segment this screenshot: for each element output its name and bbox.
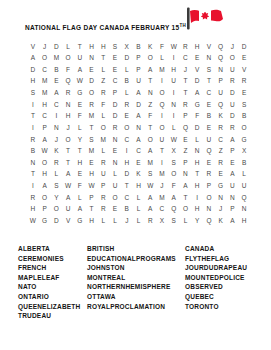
grid-cell-r10c11: A [144,146,156,158]
grid-cell-r9c8: N [109,134,121,146]
grid-cell-r6c7: F [97,99,109,111]
grid-cell-r7c14: P [180,111,192,123]
grid-cell-r14c8: O [109,192,121,204]
grid-cell-r7c12: I [156,111,168,123]
grid-cell-r3c4: F [62,64,74,76]
grid-cell-r1c8: S [109,41,121,53]
grid-cell-r16c8: L [109,215,121,227]
grid-cell-r6c14: R [180,99,192,111]
grid-cell-r15c13: Q [168,204,180,216]
grid-cell-r4c4: Q [62,76,74,88]
word-list-item: CEREMONIES [18,254,80,264]
word-list-column-3: CANADAFLYTHEFLAGJOURDUDRAPEAUMOUNTEDPOLI… [185,244,247,311]
grid-cell-r16c10: L [133,215,145,227]
grid-cell-r8c19: O [238,122,250,134]
grid-cell-r6c12: Q [156,99,168,111]
grid-cell-r7c7: L [97,111,109,123]
grid-cell-r13c5: F [74,181,86,193]
grid-cell-r4c7: Z [97,76,109,88]
grid-cell-r12c8: L [109,169,121,181]
grid-cell-r15c3: O [50,204,62,216]
grid-cell-r5c9: L [121,88,133,100]
grid-cell-r10c4: T [62,146,74,158]
grid-cell-r4c8: C [109,76,121,88]
grid-cell-r1c13: W [168,41,180,53]
grid-cell-r8c8: R [109,122,121,134]
grid-cell-r1c3: D [50,41,62,53]
word-list-item: NATO [18,282,80,292]
grid-cell-r9c15: L [191,134,203,146]
grid-cell-r13c12: J [156,181,168,193]
grid-cell-r11c8: N [109,157,121,169]
grid-cell-r4c6: D [86,76,98,88]
grid-cell-r9c7: M [97,134,109,146]
grid-cell-r14c4: A [62,192,74,204]
grid-cell-r12c14: N [180,169,192,181]
grid-cell-r1c14: R [180,41,192,53]
word-list-item: FRENCH [18,263,80,273]
grid-cell-r11c10: E [133,157,145,169]
grid-cell-r8c15: D [191,122,203,134]
grid-cell-r6c15: G [191,99,203,111]
grid-cell-r10c16: Q [203,146,215,158]
grid-cell-r11c11: M [144,157,156,169]
grid-cell-r9c14: E [180,134,192,146]
word-list-column-1: ALBERTACEREMONIESFRENCHMAPLELEAFNATOONTA… [18,244,80,321]
grid-cell-r4c15: D [191,76,203,88]
grid-cell-r9c17: C [215,134,227,146]
grid-cell-r4c9: B [121,76,133,88]
word-list: ALBERTACEREMONIESFRENCHMAPLELEAFNATOONTA… [0,244,271,324]
grid-cell-r8c7: O [97,122,109,134]
grid-cell-r6c9: R [121,99,133,111]
grid-cell-r12c1: T [27,169,39,181]
grid-cell-r8c11: T [144,122,156,134]
grid-cell-r16c12: X [156,215,168,227]
grid-cell-r4c19: R [238,76,250,88]
grid-cell-r11c12: I [156,157,168,169]
grid-cell-r1c6: H [86,41,98,53]
word-list-item: CANADA [185,244,247,254]
grid-cell-r11c5: H [74,157,86,169]
grid-cell-r5c19: E [238,88,250,100]
grid-cell-r16c3: D [50,215,62,227]
grid-cell-r7c4: H [62,111,74,123]
word-list-column-2: BRITISHEDUCATIONALPROGRAMSJOHNSTONMONTRE… [87,244,176,311]
grid-cell-r12c12: M [156,169,168,181]
grid-cell-r9c18: A [227,134,239,146]
grid-cell-r15c8: E [109,204,121,216]
grid-cell-r3c14: J [180,64,192,76]
grid-cell-r3c18: U [227,64,239,76]
grid-cell-r3c7: L [97,64,109,76]
grid-cell-r5c1: S [27,88,39,100]
grid-cell-r1c18: J [227,41,239,53]
grid-cell-r7c15: F [191,111,203,123]
grid-cell-r14c13: A [168,192,180,204]
grid-cell-r2c14: C [180,53,192,65]
grid-cell-r9c10: A [133,134,145,146]
grid-cell-r2c10: P [133,53,145,65]
grid-cell-r2c12: L [156,53,168,65]
grid-cell-r2c19: E [238,53,250,65]
grid-cell-r10c5: T [74,146,86,158]
grid-cell-r8c9: O [121,122,133,134]
grid-cell-r16c16: Q [203,215,215,227]
word-list-item: BRITISH [87,244,176,254]
grid-cell-r1c12: F [156,41,168,53]
grid-cell-r12c13: O [168,169,180,181]
word-list-item: MAPLELEAF [18,273,80,283]
grid-cell-r10c14: Z [180,146,192,158]
grid-cell-r12c6: H [86,169,98,181]
grid-cell-r5c10: A [133,88,145,100]
grid-cell-r11c14: P [180,157,192,169]
grid-cell-r5c4: R [62,88,74,100]
grid-cell-r4c10: U [133,76,145,88]
grid-cell-r6c10: D [133,99,145,111]
grid-cell-r13c9: T [121,181,133,193]
grid-cell-r15c9: B [121,204,133,216]
grid-cell-r16c5: G [74,215,86,227]
grid-cell-r5c6: O [86,88,98,100]
grid-cell-r5c16: C [203,88,215,100]
grid-cell-r14c10: L [133,192,145,204]
grid-cell-r9c11: O [144,134,156,146]
grid-cell-r2c4: O [62,53,74,65]
grid-cell-r9c12: U [156,134,168,146]
grid-cell-r1c4: L [62,41,74,53]
word-list-item: JOURDUDRAPEAU [185,263,247,273]
grid-cell-r10c13: X [168,146,180,158]
grid-cell-r15c18: P [227,204,239,216]
grid-cell-r6c8: D [109,99,121,111]
grid-cell-r10c7: L [97,146,109,158]
grid-cell-r6c11: Z [144,99,156,111]
word-list-item: FLYTHEFLAG [185,254,247,264]
grid-cell-r3c1: D [27,64,39,76]
grid-cell-r4c14: T [180,76,192,88]
word-list-item: QUEBEC [185,292,247,302]
grid-cell-r15c16: N [203,204,215,216]
grid-cell-r14c18: N [227,192,239,204]
grid-cell-r7c3: I [50,111,62,123]
grid-cell-r1c7: H [97,41,109,53]
grid-cell-r16c11: R [144,215,156,227]
grid-cell-r6c4: N [62,99,74,111]
grid-cell-r13c13: F [168,181,180,193]
grid-cell-r7c10: A [133,111,145,123]
grid-cell-r10c10: C [133,146,145,158]
grid-cell-r5c5: G [74,88,86,100]
grid-cell-r10c6: M [86,146,98,158]
grid-cell-r13c10: H [133,181,145,193]
grid-cell-r6c19: S [238,99,250,111]
grid-cell-r5c11: N [144,88,156,100]
grid-cell-r8c14: Q [180,122,192,134]
grid-cell-r12c15: T [191,169,203,181]
grid-cell-r8c12: O [156,122,168,134]
grid-cell-r1c16: V [203,41,215,53]
grid-cell-r14c11: A [144,192,156,204]
grid-cell-r9c19: G [238,134,250,146]
grid-cell-r8c4: J [62,122,74,134]
grid-cell-r12c5: E [74,169,86,181]
grid-cell-r9c9: C [121,134,133,146]
word-list-item: OBSERVED [185,282,247,292]
grid-cell-r12c11: S [144,169,156,181]
grid-cell-r15c10: L [133,204,145,216]
grid-cell-r3c8: E [109,64,121,76]
grid-cell-r13c15: H [191,181,203,193]
grid-cell-r14c14: T [180,192,192,204]
grid-cell-r13c14: A [180,181,192,193]
grid-cell-r5c15: A [191,88,203,100]
grid-cell-r8c16: E [203,122,215,134]
grid-cell-r6c13: N [168,99,180,111]
grid-cell-r1c15: H [191,41,203,53]
grid-cell-r16c6: H [86,215,98,227]
grid-cell-r9c6: S [86,134,98,146]
grid-cell-r13c1: I [27,181,39,193]
grid-cell-r9c2: A [39,134,51,146]
grid-cell-r11c9: H [121,157,133,169]
grid-cell-r14c7: R [97,192,109,204]
grid-cell-r2c3: M [50,53,62,65]
grid-cell-r8c13: L [168,122,180,134]
grid-cell-r4c5: W [74,76,86,88]
grid-cell-r15c7: R [97,204,109,216]
grid-cell-r2c15: E [191,53,203,65]
grid-cell-r5c7: R [97,88,109,100]
grid-cell-r10c12: T [156,146,168,158]
grid-cell-r2c2: O [39,53,51,65]
grid-cell-r6c2: H [39,99,51,111]
grid-cell-r11c15: H [191,157,203,169]
grid-cell-r5c13: I [168,88,180,100]
grid-cell-r9c5: Y [74,134,86,146]
grid-cell-r15c4: U [62,204,74,216]
grid-cell-r16c9: J [121,215,133,227]
grid-cell-r7c17: K [215,111,227,123]
grid-cell-r13c4: W [62,181,74,193]
grid-cell-r2c13: I [168,53,180,65]
grid-cell-r10c19: X [238,146,250,158]
word-list-item: JOHNSTON [87,263,176,273]
grid-cell-r10c3: K [50,146,62,158]
grid-cell-r14c16: O [203,192,215,204]
grid-cell-r10c17: Z [215,146,227,158]
grid-cell-r4c16: T [203,76,215,88]
grid-cell-r8c18: R [227,122,239,134]
grid-cell-r6c17: Q [215,99,227,111]
grid-cell-r10c1: B [27,146,39,158]
grid-cell-r9c13: W [168,134,180,146]
word-list-item: OTTAWA [87,292,176,302]
grid-cell-r3c5: A [74,64,86,76]
grid-cell-r4c12: I [156,76,168,88]
page-title: NATIONAL FLAG DAY CANADA FEBRUARY 15TH [0,23,186,31]
grid-cell-r10c15: N [191,146,203,158]
grid-cell-r13c6: W [86,181,98,193]
grid-cell-r2c7: T [97,53,109,65]
grid-cell-r12c3: L [50,169,62,181]
grid-cell-r15c14: O [180,204,192,216]
grid-cell-r15c19: N [238,204,250,216]
grid-cell-r5c2: M [39,88,51,100]
grid-cell-r16c18: A [227,215,239,227]
grid-cell-r3c10: P [133,64,145,76]
grid-cell-r11c6: E [86,157,98,169]
grid-cell-r6c1: I [27,99,39,111]
grid-cell-r6c5: E [74,99,86,111]
word-search-page: NATIONAL FLAG DAY CANADA FEBRUARY 15TH V… [0,0,271,350]
grid-cell-r7c9: E [121,111,133,123]
grid-cell-r11c19: B [238,157,250,169]
grid-cell-r4c1: H [27,76,39,88]
grid-cell-r11c17: R [215,157,227,169]
grid-cell-r11c4: T [62,157,74,169]
grid-cell-r7c1: T [27,111,39,123]
word-list-item: MONTREAL [87,273,176,283]
grid-cell-r6c16: E [203,99,215,111]
grid-cell-r12c17: E [215,169,227,181]
grid-cell-r4c2: M [39,76,51,88]
grid-cell-r1c2: J [39,41,51,53]
grid-cell-r7c11: F [144,111,156,123]
word-list-item: ROYALPROCLAMATION [87,302,176,312]
grid-cell-r14c2: O [39,192,51,204]
grid-cell-r5c3: A [50,88,62,100]
grid-cell-r8c17: R [215,122,227,134]
grid-cell-r3c13: H [168,64,180,76]
grid-cell-r1c9: X [121,41,133,53]
grid-cell-r13c8: U [109,181,121,193]
grid-cell-r10c2: W [39,146,51,158]
grid-cell-r5c18: D [227,88,239,100]
grid-cell-r3c11: A [144,64,156,76]
grid-cell-r16c17: K [215,215,227,227]
grid-cell-r13c19: U [238,181,250,193]
grid-cell-r14c3: Y [50,192,62,204]
grid-cell-r7c8: D [109,111,121,123]
grid-cell-r5c8: P [109,88,121,100]
grid-cell-r2c9: D [121,53,133,65]
grid-cell-r3c15: V [191,64,203,76]
grid-cell-r2c1: A [27,53,39,65]
grid-cell-r6c3: C [50,99,62,111]
grid-cell-r12c9: D [121,169,133,181]
grid-cell-r7c6: M [86,111,98,123]
grid-cell-r14c17: N [215,192,227,204]
grid-cell-r3c17: N [215,64,227,76]
grid-cell-r12c16: R [203,169,215,181]
grid-cell-r15c11: A [144,204,156,216]
grid-cell-r3c19: V [238,64,250,76]
grid-cell-r12c10: K [133,169,145,181]
grid-cell-r9c4: O [62,134,74,146]
grid-cell-r13c2: A [39,181,51,193]
grid-cell-r14c12: M [156,192,168,204]
grid-cell-r2c8: E [109,53,121,65]
grid-cell-r15c12: C [156,204,168,216]
grid-cell-r13c16: P [203,181,215,193]
grid-cell-r3c12: M [156,64,168,76]
grid-cell-r10c18: P [227,146,239,158]
grid-cell-r7c19: B [238,111,250,123]
word-list-item: ONTARIO [18,292,80,302]
grid-cell-r13c11: W [144,181,156,193]
grid-cell-r16c7: L [97,215,109,227]
grid-cell-r9c3: J [50,134,62,146]
grid-cell-r8c1: I [27,122,39,134]
grid-cell-r10c9: I [121,146,133,158]
grid-cell-r15c6: T [86,204,98,216]
word-list-item: MOUNTEDPOLICE [185,273,247,283]
grid-cell-r12c19: L [238,169,250,181]
grid-cell-r6c6: R [86,99,98,111]
grid-cell-r8c2: P [39,122,51,134]
grid-cell-r7c2: C [39,111,51,123]
grid-cell-r4c17: P [215,76,227,88]
grid-cell-r11c16: E [203,157,215,169]
grid-cell-r2c18: O [227,53,239,65]
grid-cell-r7c5: F [74,111,86,123]
grid-cell-r9c1: R [27,134,39,146]
grid-cell-r3c3: B [50,64,62,76]
grid-cell-r13c7: P [97,181,109,193]
grid-cell-r7c13: I [168,111,180,123]
grid-cell-r8c5: L [74,122,86,134]
grid-cell-r13c18: U [227,181,239,193]
grid-cell-r11c1: N [27,157,39,169]
grid-cell-r9c16: U [203,134,215,146]
grid-cell-r15c15: H [191,204,203,216]
grid-cell-r10c8: E [109,146,121,158]
grid-cell-r11c18: E [227,157,239,169]
grid-cell-r2c6: N [86,53,98,65]
grid-cell-r7c16: B [203,111,215,123]
grid-cell-r11c7: R [97,157,109,169]
word-list-item: QUEENELIZABETH [18,302,80,312]
grid-cell-r12c7: U [97,169,109,181]
grid-cell-r15c1: H [27,204,39,216]
grid-cell-r16c4: V [62,215,74,227]
grid-cell-r4c18: R [227,76,239,88]
page-title-superscript: TH [179,23,186,28]
grid-cell-r2c17: Q [215,53,227,65]
grid-cell-r16c1: W [27,215,39,227]
grid-cell-r1c10: B [133,41,145,53]
grid-cell-r16c13: S [168,215,180,227]
word-list-item: TRUDEAU [18,311,80,321]
grid-cell-r14c19: Q [238,192,250,204]
grid-cell-r8c10: N [133,122,145,134]
grid-cell-r5c12: O [156,88,168,100]
grid-cell-r15c5: A [74,204,86,216]
grid-cell-r3c9: L [121,64,133,76]
grid-cell-r14c1: R [27,192,39,204]
grid-cell-r1c11: K [144,41,156,53]
grid-cell-r13c17: G [215,181,227,193]
grid-cell-r16c19: H [238,215,250,227]
letter-grid: VJDLTHHSXBKFWRHVQJDAOMOUNTEDPOLICENQOEDC… [27,41,250,227]
grid-cell-r4c11: T [144,76,156,88]
grid-cell-r11c2: O [39,157,51,169]
grid-cell-r7c18: D [227,111,239,123]
grid-cell-r1c17: Q [215,41,227,53]
grid-cell-r15c17: J [215,204,227,216]
